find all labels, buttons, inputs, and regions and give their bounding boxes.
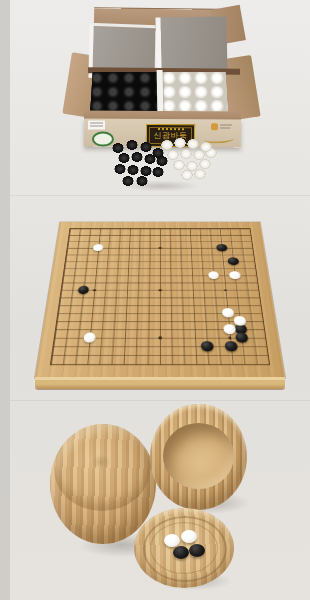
closed-bowl-with-lid — [50, 424, 156, 544]
stone-box-photo: 신광바둑 — [10, 0, 310, 195]
open-bowl — [150, 404, 247, 510]
star-point — [224, 289, 227, 291]
go-board[interactable] — [35, 222, 285, 378]
tray-stone-black — [189, 544, 205, 557]
go-stone-black[interactable] — [235, 333, 248, 343]
go-stone-white[interactable] — [83, 333, 96, 343]
go-stone-white[interactable] — [93, 244, 104, 252]
go-stone-black[interactable] — [77, 285, 89, 294]
star-point — [158, 289, 161, 291]
go-stone-black[interactable] — [201, 341, 214, 351]
star-point — [93, 289, 96, 291]
box-divider — [157, 70, 164, 116]
go-stone-black[interactable] — [228, 257, 239, 265]
brand-emblem — [211, 123, 218, 130]
go-stone-white[interactable] — [222, 308, 234, 317]
brand-text-mark — [220, 127, 230, 128]
star-point — [158, 337, 161, 340]
go-stone-white[interactable] — [223, 324, 236, 334]
board-grid[interactable] — [50, 228, 270, 365]
go-stone-white[interactable] — [229, 271, 241, 279]
box-sticker — [88, 120, 105, 129]
go-stone-white[interactable] — [234, 316, 247, 325]
box-black-stones — [90, 72, 160, 115]
bowls-photo — [10, 400, 310, 600]
bowl-interior — [163, 423, 234, 489]
tray-stone-white — [181, 530, 197, 543]
loose-white-stones — [159, 136, 219, 186]
tray-stone-white — [164, 534, 180, 547]
inner-lid-right — [156, 16, 228, 74]
box-white-stones — [162, 72, 228, 115]
go-stone-white[interactable] — [208, 271, 219, 279]
plaque-subtitle-marks — [158, 128, 184, 130]
brand-text-mark — [220, 124, 232, 125]
star-point — [228, 337, 232, 340]
go-set-product-photo: 신광바둑 — [10, 0, 310, 600]
board-scene — [35, 201, 285, 389]
tray-stone-black — [173, 546, 189, 559]
goban-photo — [10, 195, 310, 400]
board-front-edge — [35, 377, 285, 389]
go-stone-black[interactable] — [216, 244, 227, 252]
go-stone-black[interactable] — [225, 341, 238, 351]
bowl-lid-dimple — [88, 452, 114, 472]
lid-tray-with-stones — [134, 508, 234, 588]
star-point — [159, 247, 162, 249]
